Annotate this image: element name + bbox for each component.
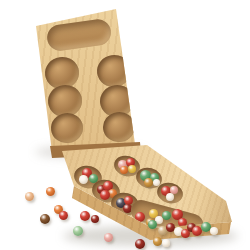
loose-bead[interactable]: [46, 187, 55, 196]
loose-beads-layer: [0, 0, 250, 250]
loose-bead[interactable]: [73, 226, 83, 236]
loose-bead[interactable]: [40, 214, 50, 224]
mancala-board-photo: [0, 0, 250, 250]
loose-bead[interactable]: [80, 211, 90, 221]
loose-bead[interactable]: [162, 239, 170, 247]
loose-bead[interactable]: [59, 211, 68, 220]
loose-bead[interactable]: [25, 192, 34, 201]
loose-bead[interactable]: [91, 215, 99, 223]
loose-bead[interactable]: [104, 233, 113, 242]
loose-bead[interactable]: [210, 227, 218, 235]
loose-bead[interactable]: [153, 237, 162, 246]
loose-bead[interactable]: [148, 220, 157, 229]
loose-bead[interactable]: [135, 239, 145, 249]
